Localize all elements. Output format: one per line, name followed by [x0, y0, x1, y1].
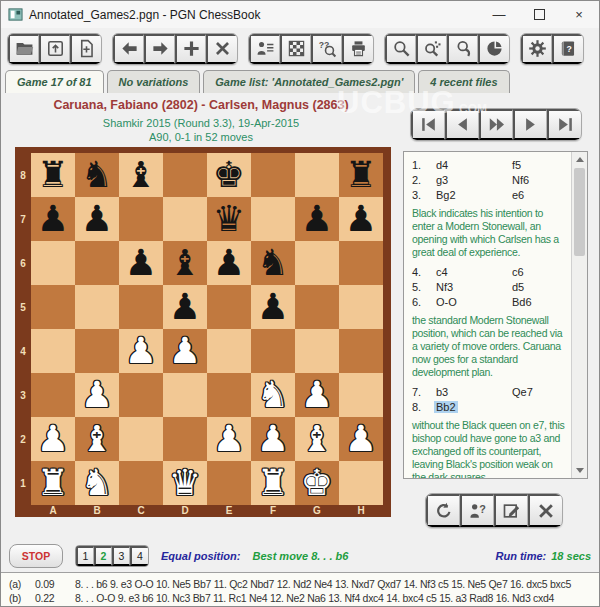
save-file-button[interactable] — [39, 34, 70, 64]
move-row-4: 4.c4c6 — [412, 264, 568, 279]
square-f6[interactable]: ♞ — [251, 241, 295, 285]
move-list-panel: 1.d4f52.g3Nf63.Bg2e6Black indicates his … — [403, 151, 588, 479]
file-label-f: F — [251, 505, 295, 517]
last-move-button[interactable] — [547, 109, 581, 140]
toolbar-group-5: ? — [520, 33, 584, 65]
square-a2[interactable]: ♟ — [31, 417, 75, 461]
black-piece-f5[interactable]: ♟ — [257, 285, 289, 329]
rank-label-3: 3 — [15, 373, 31, 417]
square-e3[interactable] — [207, 373, 251, 417]
add-game-button[interactable] — [175, 34, 206, 64]
black-move[interactable]: c6 — [512, 266, 568, 278]
pie-chart-icon — [485, 39, 504, 58]
white-move[interactable]: d4 — [436, 159, 512, 171]
square-g7[interactable]: ♟ — [295, 197, 339, 241]
pattern-search-button[interactable] — [416, 34, 447, 64]
open-file-button[interactable] — [8, 34, 39, 64]
square-h4[interactable] — [339, 329, 383, 373]
line-moves: 8. . . b6 9. e3 O-O 10. Ne5 Bb7 11. Qc2 … — [75, 578, 599, 590]
tab-2[interactable]: No variations — [107, 70, 201, 93]
square-b1[interactable]: ♞ — [75, 461, 119, 505]
help-book-icon: ? — [559, 39, 578, 58]
square-b3[interactable]: ♟ — [75, 373, 119, 417]
annotation-comment: the standard Modern Stonewall position, … — [412, 314, 568, 379]
move-row-1: 1.d4f5 — [412, 157, 568, 172]
white-piece-h2[interactable]: ♟ — [345, 417, 377, 461]
square-d4[interactable]: ♟ — [163, 329, 207, 373]
magnifier-icon — [392, 39, 411, 58]
square-h8[interactable]: ♜ — [339, 153, 383, 197]
engine-lines-button-4[interactable]: 4 — [130, 546, 148, 566]
engine-query-button[interactable]: ? — [460, 494, 494, 527]
square-h7[interactable]: ♟ — [339, 197, 383, 241]
square-f4[interactable] — [251, 329, 295, 373]
tab-1[interactable]: Game 17 of 81 — [5, 70, 104, 93]
square-g1[interactable]: ♚ — [295, 461, 339, 505]
file-labels: ABCDEFGH — [31, 505, 383, 517]
square-e2[interactable]: ♟ — [207, 417, 251, 461]
black-piece-h8[interactable]: ♜ — [345, 153, 377, 197]
square-c8[interactable]: ♝ — [119, 153, 163, 197]
move-number: 4. — [412, 266, 436, 278]
open-folder-icon — [15, 39, 34, 58]
move-number: 5. — [412, 281, 436, 293]
toolbar: ??? — [1, 28, 599, 69]
previous-game-button[interactable] — [113, 34, 144, 64]
square-c2[interactable] — [119, 417, 163, 461]
print-button[interactable] — [342, 34, 373, 64]
move-row-3: 3.Bg2e6 — [412, 187, 568, 202]
square-h2[interactable]: ♟ — [339, 417, 383, 461]
square-d7[interactable] — [163, 197, 207, 241]
toolbar-group-4 — [384, 33, 510, 65]
eco-result-line: A90, 0-1 in 52 moves — [9, 131, 393, 145]
square-d5[interactable]: ♟ — [163, 285, 207, 329]
new-file-button[interactable] — [70, 34, 101, 64]
cross-icon — [536, 501, 556, 521]
black-move[interactable]: Bd6 — [512, 296, 568, 308]
settings-button[interactable] — [521, 34, 552, 64]
line-moves: 8. . . O-O 9. e3 b6 10. Nc3 Bb7 11. Rc1 … — [75, 592, 599, 604]
square-c7[interactable] — [119, 197, 163, 241]
square-a4[interactable] — [31, 329, 75, 373]
tab-bar: Game 17 of 81No variationsGame list: 'An… — [1, 70, 599, 93]
square-d8[interactable] — [163, 153, 207, 197]
white-piece-e2[interactable]: ♟ — [213, 417, 245, 461]
black-piece-e6[interactable]: ♟ — [213, 241, 245, 285]
next-game-button[interactable] — [144, 34, 175, 64]
move-row-2: 2.g3Nf6 — [412, 172, 568, 187]
square-g5[interactable] — [295, 285, 339, 329]
square-c5[interactable] — [119, 285, 163, 329]
rank-labels: 87654321 — [15, 153, 31, 505]
square-a8[interactable]: ♜ — [31, 153, 75, 197]
replay-button[interactable] — [426, 494, 460, 527]
arrow-right-icon — [151, 39, 170, 58]
arrow-left-icon — [120, 39, 139, 58]
first-move-button[interactable] — [411, 109, 445, 140]
black-piece-a8[interactable]: ♜ — [37, 153, 69, 197]
stop-analysis-button[interactable] — [528, 494, 562, 527]
file-label-h: H — [339, 505, 383, 517]
square-c4[interactable]: ♟ — [119, 329, 163, 373]
toolbar-group-2 — [112, 33, 238, 65]
engine-lines-button-2[interactable]: 2 — [94, 546, 112, 566]
plus-icon — [182, 39, 201, 58]
white-piece-a2[interactable]: ♟ — [37, 417, 69, 461]
position-search-button[interactable] — [280, 34, 311, 64]
statistics-button[interactable] — [478, 34, 509, 64]
tab-4[interactable]: 4 recent files — [418, 70, 509, 93]
white-piece-b1[interactable]: ♞ — [81, 461, 113, 505]
black-piece-c6[interactable]: ♟ — [125, 241, 157, 285]
square-f2[interactable]: ♟ — [251, 417, 295, 461]
svg-text:?: ? — [567, 44, 572, 54]
next-move-button[interactable] — [513, 109, 547, 140]
white-piece-g3[interactable]: ♟ — [301, 373, 333, 417]
assessment-text: Equal position: — [161, 550, 240, 562]
move-row-6: 6.O-OBd6 — [412, 294, 568, 309]
move-number: 1. — [412, 159, 436, 171]
square-b4[interactable] — [75, 329, 119, 373]
move-navigation — [410, 108, 582, 141]
black-piece-c8[interactable]: ♝ — [125, 153, 157, 197]
black-move[interactable]: e6 — [512, 189, 568, 201]
double-forward-icon — [487, 115, 506, 134]
svg-text:??: ?? — [318, 40, 329, 50]
square-g8[interactable] — [295, 153, 339, 197]
white-move[interactable]: Nf3 — [436, 281, 512, 293]
square-a6[interactable] — [31, 241, 75, 285]
tab-3[interactable]: Game list: 'Annotated_Games2.pgn' — [203, 70, 415, 93]
black-piece-g7[interactable]: ♟ — [301, 197, 333, 241]
file-label-d: D — [163, 505, 207, 517]
skip-start-icon — [419, 115, 438, 134]
run-time-label: Run time: — [496, 550, 547, 562]
black-piece-h7[interactable]: ♟ — [345, 197, 377, 241]
rank-label-7: 7 — [15, 197, 31, 241]
material-search-button[interactable] — [447, 34, 478, 64]
black-piece-b8[interactable]: ♞ — [81, 153, 113, 197]
white-move[interactable]: b3 — [436, 386, 512, 398]
file-label-e: E — [207, 505, 251, 517]
move-row-8: 8.Bb2 — [412, 399, 568, 414]
cross-icon — [213, 39, 232, 58]
square-e7[interactable]: ♛ — [207, 197, 251, 241]
game-header: Caruana, Fabiano (2802) - Carlsen, Magnu… — [9, 98, 393, 145]
square-g6[interactable] — [295, 241, 339, 285]
square-d1[interactable]: ♛ — [163, 461, 207, 505]
square-g4[interactable] — [295, 329, 339, 373]
black-move[interactable]: f5 — [512, 159, 568, 171]
current-move-highlight[interactable]: Bb2 — [434, 401, 458, 413]
players-line: Caruana, Fabiano (2802) - Carlsen, Magnu… — [9, 98, 393, 114]
square-h5[interactable] — [339, 285, 383, 329]
run-time-value: 18 secs — [551, 550, 591, 562]
analysis-line-b: (b)0.228. . . O-O 9. e3 b6 10. Nc3 Bb7 1… — [9, 591, 599, 605]
black-piece-d6[interactable]: ♝ — [169, 241, 201, 285]
rank-label-6: 6 — [15, 241, 31, 285]
white-piece-g2[interactable]: ♝ — [301, 417, 333, 461]
help-button[interactable]: ? — [552, 34, 583, 64]
annotation-comment: Black indicates his intention to enter a… — [412, 207, 568, 259]
annotation-buttons: ? — [425, 493, 563, 528]
white-move[interactable]: O-O — [436, 296, 512, 308]
white-piece-d4[interactable]: ♟ — [169, 329, 201, 373]
white-move[interactable]: Bg2 — [436, 189, 512, 201]
magnifier-hook-icon — [454, 39, 473, 58]
square-d3[interactable] — [163, 373, 207, 417]
gear-icon — [528, 39, 547, 58]
analysis-line-a: (a)0.098. . . b6 9. e3 O-O 10. Ne5 Bb7 1… — [9, 577, 599, 591]
player-search-button[interactable] — [249, 34, 280, 64]
square-g3[interactable]: ♟ — [295, 373, 339, 417]
square-h3[interactable] — [339, 373, 383, 417]
board-squares[interactable]: ♜♞♝♚♜♟♟♛♟♟♟♝♟♞♟♟♟♟♟♞♟♟♝♟♟♝♟♜♞♛♜♚ — [31, 153, 383, 505]
square-e8[interactable]: ♚ — [207, 153, 251, 197]
edit-pencil-icon — [502, 501, 522, 521]
rank-label-5: 5 — [15, 285, 31, 329]
black-move[interactable]: Nf6 — [512, 174, 568, 186]
square-b6[interactable] — [75, 241, 119, 285]
square-b8[interactable]: ♞ — [75, 153, 119, 197]
white-move[interactable]: g3 — [436, 174, 512, 186]
black-move[interactable]: d5 — [512, 281, 568, 293]
white-piece-f1[interactable]: ♜ — [257, 461, 289, 505]
file-label-b: B — [75, 505, 119, 517]
event-line: Shamkir 2015 (Round 3.3), 19-Apr-2015 — [9, 117, 393, 131]
file-label-c: C — [119, 505, 163, 517]
board-grid-icon — [287, 39, 306, 58]
square-d6[interactable]: ♝ — [163, 241, 207, 285]
person-question-icon: ? — [468, 501, 488, 521]
line-eval: 0.22 — [35, 592, 75, 604]
square-h6[interactable] — [339, 241, 383, 285]
maximize-button[interactable] — [519, 1, 559, 28]
square-a1[interactable]: ♜ — [31, 461, 75, 505]
square-e1[interactable] — [207, 461, 251, 505]
printer-icon — [349, 39, 368, 58]
forward-icon — [521, 115, 540, 134]
engine-line-count-buttons: 1234 — [75, 545, 149, 567]
move-number: 2. — [412, 174, 436, 186]
white-move[interactable]: c4 — [436, 266, 512, 278]
file-label-a: A — [31, 505, 75, 517]
white-move[interactable]: Bb2 — [436, 401, 512, 413]
square-e4[interactable] — [207, 329, 251, 373]
white-piece-b3[interactable]: ♟ — [81, 373, 113, 417]
minimize-button[interactable]: — — [479, 1, 519, 28]
zoom-search-button[interactable] — [385, 34, 416, 64]
scroll-up-arrow-icon[interactable] — [572, 152, 587, 167]
black-move[interactable]: Qe7 — [512, 386, 568, 398]
stop-button[interactable]: STOP — [9, 544, 63, 568]
black-piece-e7[interactable]: ♛ — [213, 197, 245, 241]
square-f7[interactable] — [251, 197, 295, 241]
square-g2[interactable]: ♝ — [295, 417, 339, 461]
square-h1[interactable] — [339, 461, 383, 505]
save-icon — [46, 39, 65, 58]
black-piece-e8[interactable]: ♚ — [213, 153, 245, 197]
black-piece-b7[interactable]: ♟ — [81, 197, 113, 241]
engine-analysis-lines: (a)0.098. . . b6 9. e3 O-O 10. Ne5 Bb7 1… — [1, 572, 599, 607]
move-row-7: 7.b3Qe7 — [412, 384, 568, 399]
rank-label-8: 8 — [15, 153, 31, 197]
edit-annotation-button[interactable] — [494, 494, 528, 527]
rank-label-2: 2 — [15, 417, 31, 461]
person-list-icon — [256, 39, 275, 58]
svg-text:?: ? — [479, 502, 486, 514]
toolbar-group-1 — [7, 33, 102, 65]
move-list[interactable]: 1.d4f52.g3Nf63.Bg2e6Black indicates his … — [404, 152, 572, 478]
square-a3[interactable] — [31, 373, 75, 417]
square-b2[interactable]: ♝ — [75, 417, 119, 461]
square-b5[interactable] — [75, 285, 119, 329]
move-row-5: 5.Nf3d5 — [412, 279, 568, 294]
app-icon — [8, 7, 23, 22]
query-search-button[interactable]: ?? — [311, 34, 342, 64]
black-piece-d5[interactable]: ♟ — [169, 285, 201, 329]
square-c3[interactable] — [119, 373, 163, 417]
engine-lines-button-3[interactable]: 3 — [112, 546, 130, 566]
close-button[interactable]: × — [559, 1, 599, 28]
square-e5[interactable] — [207, 285, 251, 329]
skip-end-icon — [556, 115, 575, 134]
move-number: 7. — [412, 386, 436, 398]
square-b7[interactable]: ♟ — [75, 197, 119, 241]
scroll-down-arrow-icon[interactable] — [572, 463, 587, 478]
engine-status-bar: STOP 1234 Equal position: Best move 8. .… — [1, 541, 599, 571]
square-c1[interactable] — [119, 461, 163, 505]
engine-lines-button-1[interactable]: 1 — [76, 546, 94, 566]
white-piece-f3[interactable]: ♞ — [257, 373, 289, 417]
square-f5[interactable]: ♟ — [251, 285, 295, 329]
white-piece-f2[interactable]: ♟ — [257, 417, 289, 461]
back-icon — [453, 115, 472, 134]
black-piece-a7[interactable]: ♟ — [37, 197, 69, 241]
question-search-icon: ?? — [318, 39, 337, 58]
window-controls: — × — [479, 1, 599, 28]
white-piece-b2[interactable]: ♝ — [81, 417, 113, 461]
chess-board: 87654321 ♜♞♝♚♜♟♟♛♟♟♟♝♟♞♟♟♟♟♟♞♟♟♝♟♟♝♟♜♞♛♜… — [15, 147, 391, 517]
move-list-scrollbar[interactable] — [571, 152, 587, 478]
scrollbar-thumb[interactable] — [574, 168, 585, 256]
black-piece-f6[interactable]: ♞ — [257, 241, 289, 285]
square-d2[interactable] — [163, 417, 207, 461]
circular-arrow-icon — [434, 501, 454, 521]
move-number: 6. — [412, 296, 436, 308]
best-move-text: Best move 8. . . b6 — [252, 550, 348, 562]
window-title: Annotated_Games2.pgn - PGN ChessBook — [29, 8, 260, 22]
white-piece-d1[interactable]: ♛ — [169, 461, 201, 505]
new-file-icon — [77, 39, 96, 58]
square-c6[interactable]: ♟ — [119, 241, 163, 285]
line-id: (b) — [9, 592, 35, 604]
move-number: 8. — [412, 401, 436, 413]
file-label-g: G — [295, 505, 339, 517]
pgn-chessbook-window: Annotated_Games2.pgn - PGN ChessBook — ×… — [0, 0, 600, 607]
move-number: 3. — [412, 189, 436, 201]
magnifier-dots-icon — [423, 39, 442, 58]
delete-game-button[interactable] — [206, 34, 237, 64]
title-bar: Annotated_Games2.pgn - PGN ChessBook — × — [1, 1, 599, 28]
square-e6[interactable]: ♟ — [207, 241, 251, 285]
square-f1[interactable]: ♜ — [251, 461, 295, 505]
white-piece-c4[interactable]: ♟ — [125, 329, 157, 373]
square-f3[interactable]: ♞ — [251, 373, 295, 417]
annotation-comment: without the Black queen on e7, this bish… — [412, 419, 568, 478]
white-piece-a1[interactable]: ♜ — [37, 461, 69, 505]
square-f8[interactable] — [251, 153, 295, 197]
fast-forward-button[interactable] — [479, 109, 513, 140]
white-piece-g1[interactable]: ♚ — [301, 461, 333, 505]
square-a5[interactable] — [31, 285, 75, 329]
square-a7[interactable]: ♟ — [31, 197, 75, 241]
prev-move-button[interactable] — [445, 109, 479, 140]
line-eval: 0.09 — [35, 578, 75, 590]
toolbar-group-3: ?? — [248, 33, 374, 65]
rank-label-4: 4 — [15, 329, 31, 373]
rank-label-1: 1 — [15, 461, 31, 505]
line-id: (a) — [9, 578, 35, 590]
